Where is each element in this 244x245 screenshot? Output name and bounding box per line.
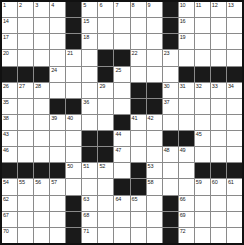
cell-r15c3[interactable] (34, 228, 49, 243)
clue-number: 18 (83, 34, 89, 41)
cell-r12c12[interactable] (179, 179, 194, 194)
cell-r6c7[interactable]: 29 (98, 83, 113, 98)
cell-r11c10[interactable]: 53 (147, 163, 162, 178)
block-r15c11 (163, 228, 178, 243)
clue-number: 70 (3, 228, 9, 235)
clue-number: 42 (148, 115, 154, 122)
cell-r12c3[interactable]: 56 (34, 179, 49, 194)
clue-number: 46 (3, 147, 9, 154)
cell-r14c14[interactable] (211, 212, 226, 227)
clue-number: 16 (180, 18, 186, 25)
block-r5c13 (195, 67, 210, 82)
cell-r7c2[interactable] (18, 99, 33, 114)
cell-r10c14[interactable] (211, 147, 226, 162)
clue-number: 7 (115, 2, 118, 9)
block-r5c7 (98, 67, 113, 82)
clue-number: 34 (228, 83, 234, 90)
clue-number: 57 (51, 179, 57, 186)
clue-number: 25 (115, 67, 121, 74)
cell-r2c6[interactable]: 15 (82, 18, 97, 33)
cell-r3c3[interactable] (34, 34, 49, 49)
cell-r3c4[interactable] (50, 34, 65, 49)
cell-r8c10[interactable]: 42 (147, 115, 162, 130)
cell-r3c14[interactable] (211, 34, 226, 49)
cell-r4c12[interactable] (179, 50, 194, 65)
block-r4c7 (98, 50, 113, 65)
clue-number: 29 (99, 83, 105, 90)
clue-number: 49 (180, 147, 186, 154)
block-r6c10 (147, 83, 162, 98)
clue-number: 54 (3, 179, 9, 186)
cell-r1c1[interactable]: 1 (2, 2, 17, 17)
clue-number: 41 (132, 115, 138, 122)
clue-number: 26 (3, 83, 9, 90)
cell-r7c7[interactable] (98, 99, 113, 114)
cell-r2c3[interactable] (34, 18, 49, 33)
clue-number: 51 (83, 163, 89, 170)
cell-r6c13[interactable]: 32 (195, 83, 210, 98)
cell-r1c14[interactable]: 12 (211, 2, 226, 17)
cell-r7c13[interactable] (195, 99, 210, 114)
cell-r6c6[interactable] (82, 83, 97, 98)
cell-r10c1[interactable]: 46 (2, 147, 17, 162)
cell-r7c3[interactable] (34, 99, 49, 114)
cell-r2c10[interactable] (147, 18, 162, 33)
cell-r5c10[interactable] (147, 67, 162, 82)
clue-number: 40 (67, 115, 73, 122)
clue-number: 63 (83, 196, 89, 203)
cell-r6c12[interactable]: 31 (179, 83, 194, 98)
clue-number: 3 (35, 2, 38, 9)
cell-r6c3[interactable]: 28 (34, 83, 49, 98)
cell-r9c13[interactable]: 45 (195, 131, 210, 146)
block-r11c14 (211, 163, 226, 178)
block-r10c7 (98, 147, 113, 162)
cell-r3c6[interactable]: 18 (82, 34, 97, 49)
cell-r8c7[interactable] (98, 115, 113, 130)
cell-r14c12[interactable]: 69 (179, 212, 194, 227)
cell-r15c7[interactable] (98, 228, 113, 243)
clue-number: 22 (132, 50, 138, 57)
clue-number: 43 (3, 131, 9, 138)
clue-number: 6 (99, 2, 102, 9)
cell-r13c2[interactable] (18, 196, 33, 211)
block-r9c11 (163, 131, 178, 146)
cell-r6c5[interactable] (66, 83, 81, 98)
cell-r12c14[interactable]: 60 (211, 179, 226, 194)
cell-r4c11[interactable]: 23 (163, 50, 178, 65)
clue-number: 58 (148, 179, 154, 186)
cell-r11c11[interactable] (163, 163, 178, 178)
cell-r1c6[interactable]: 5 (82, 2, 97, 17)
cell-r8c5[interactable]: 40 (66, 115, 81, 130)
clue-number: 55 (19, 179, 25, 186)
cell-r4c3[interactable] (34, 50, 49, 65)
clue-number: 62 (3, 196, 9, 203)
cell-r4c5[interactable]: 21 (66, 50, 81, 65)
cell-r1c9[interactable]: 8 (131, 2, 146, 17)
cell-r3c13[interactable] (195, 34, 210, 49)
cell-r3c10[interactable] (147, 34, 162, 49)
cell-r5c11[interactable] (163, 67, 178, 82)
block-r11c15 (227, 163, 242, 178)
cell-r15c2[interactable] (18, 228, 33, 243)
cell-r7c1[interactable]: 35 (2, 99, 17, 114)
cell-r14c10[interactable] (147, 212, 162, 227)
cell-r9c2[interactable] (18, 131, 33, 146)
cell-r8c15[interactable] (227, 115, 242, 130)
cell-r15c1[interactable]: 70 (2, 228, 17, 243)
block-r9c12 (179, 131, 194, 146)
clue-number: 9 (148, 2, 151, 9)
clue-number: 38 (3, 115, 9, 122)
cell-r6c11[interactable]: 30 (163, 83, 178, 98)
cell-r14c7[interactable] (98, 212, 113, 227)
block-r7c10 (147, 99, 162, 114)
cell-r3c15[interactable] (227, 34, 242, 49)
clue-number: 32 (196, 83, 202, 90)
cell-r6c4[interactable] (50, 83, 65, 98)
block-r5c12 (179, 67, 194, 82)
cell-r12c5[interactable] (66, 179, 81, 194)
block-r7c9 (131, 99, 146, 114)
block-r10c6 (82, 147, 97, 162)
cell-r13c15[interactable] (227, 196, 242, 211)
block-r12c9 (131, 179, 146, 194)
cell-r14c4[interactable] (50, 212, 65, 227)
block-r1c11 (163, 2, 178, 17)
clue-number: 59 (196, 179, 202, 186)
block-r7c4 (50, 99, 65, 114)
cell-r10c15[interactable] (227, 147, 242, 162)
block-r1c5 (66, 2, 81, 17)
cell-r12c10[interactable]: 58 (147, 179, 162, 194)
cell-r8c11[interactable] (163, 115, 178, 130)
clue-number: 47 (115, 147, 121, 154)
cell-r1c15[interactable]: 13 (227, 2, 242, 17)
block-r5c15 (227, 67, 242, 82)
cell-r8c13[interactable] (195, 115, 210, 130)
clue-number: 67 (3, 212, 9, 219)
block-r6c9 (131, 83, 146, 98)
cell-r8c14[interactable] (211, 115, 226, 130)
block-r13c5 (66, 196, 81, 211)
cell-r13c7[interactable] (98, 196, 113, 211)
clue-number: 71 (83, 228, 89, 235)
block-r5c1 (2, 67, 17, 82)
block-r11c9 (131, 163, 146, 178)
clue-number: 15 (83, 18, 89, 25)
block-r4c8 (114, 50, 129, 65)
cell-r5c4[interactable]: 24 (50, 67, 65, 82)
clue-number: 1 (3, 2, 6, 9)
cell-r10c2[interactable] (18, 147, 33, 162)
clue-number: 65 (132, 196, 138, 203)
cell-r8c12[interactable] (179, 115, 194, 130)
cell-r13c14[interactable] (211, 196, 226, 211)
cell-r11c7[interactable]: 52 (98, 163, 113, 178)
block-r14c5 (66, 212, 81, 227)
clue-number: 36 (83, 99, 89, 106)
block-r11c1 (2, 163, 17, 178)
cell-r4c13[interactable] (195, 50, 210, 65)
cell-r6c15[interactable]: 34 (227, 83, 242, 98)
cell-r14c8[interactable] (114, 212, 129, 227)
cell-r5c8[interactable]: 25 (114, 67, 129, 82)
clue-number: 56 (35, 179, 41, 186)
clue-number: 12 (212, 2, 218, 9)
cell-r3c2[interactable] (18, 34, 33, 49)
cell-r13c4[interactable] (50, 196, 65, 211)
clue-number: 72 (180, 228, 186, 235)
cell-r3c1[interactable]: 17 (2, 34, 17, 49)
block-r3c11 (163, 34, 178, 49)
cell-r13c1[interactable]: 62 (2, 196, 17, 211)
cell-r6c8[interactable] (114, 83, 129, 98)
clue-number: 8 (132, 2, 135, 9)
cell-r2c14[interactable] (211, 18, 226, 33)
cell-r14c15[interactable] (227, 212, 242, 227)
clue-number: 10 (180, 2, 186, 9)
cell-r5c5[interactable] (66, 67, 81, 82)
block-r2c11 (163, 18, 178, 33)
cell-r8c9[interactable]: 41 (131, 115, 146, 130)
cell-r12c15[interactable]: 61 (227, 179, 242, 194)
cell-r11c12[interactable] (179, 163, 194, 178)
cell-r3c8[interactable] (114, 34, 129, 49)
cell-r2c4[interactable] (50, 18, 65, 33)
clue-number: 50 (67, 163, 73, 170)
cell-r15c8[interactable] (114, 228, 129, 243)
block-r5c2 (18, 67, 33, 82)
clue-number: 28 (35, 83, 41, 90)
cell-r9c5[interactable] (66, 131, 81, 146)
cell-r15c10[interactable] (147, 228, 162, 243)
block-r14c11 (163, 212, 178, 227)
cell-r8c2[interactable] (18, 115, 33, 130)
cell-r10c10[interactable] (147, 147, 162, 162)
block-r2c5 (66, 18, 81, 33)
block-r11c13 (195, 163, 210, 178)
cell-r3c12[interactable]: 19 (179, 34, 194, 49)
cell-r15c15[interactable] (227, 228, 242, 243)
cell-r11c5[interactable]: 50 (66, 163, 81, 178)
clue-number: 68 (83, 212, 89, 219)
cell-r12c13[interactable]: 59 (195, 179, 210, 194)
cell-r1c3[interactable]: 3 (34, 2, 49, 17)
cell-r14c2[interactable] (18, 212, 33, 227)
clue-number: 35 (3, 99, 9, 106)
cell-r2c12[interactable]: 16 (179, 18, 194, 33)
cell-r9c15[interactable] (227, 131, 242, 146)
cell-r1c4[interactable]: 4 (50, 2, 65, 17)
cell-r6c2[interactable]: 27 (18, 83, 33, 98)
clue-number: 4 (51, 2, 54, 9)
cell-r6c1[interactable]: 26 (2, 83, 17, 98)
cell-r9c8[interactable]: 44 (114, 131, 129, 146)
cell-r13c13[interactable] (195, 196, 210, 211)
clue-number: 13 (228, 2, 234, 9)
cell-r1c10[interactable]: 9 (147, 2, 162, 17)
block-r7c5 (66, 99, 81, 114)
cell-r9c10[interactable] (147, 131, 162, 146)
cell-r12c1[interactable]: 54 (2, 179, 17, 194)
cell-r7c15[interactable] (227, 99, 242, 114)
cell-r7c12[interactable] (179, 99, 194, 114)
cell-r10c11[interactable]: 48 (163, 147, 178, 162)
block-r12c8 (114, 179, 129, 194)
cell-r2c13[interactable] (195, 18, 210, 33)
cell-r12c2[interactable]: 55 (18, 179, 33, 194)
clue-number: 17 (3, 34, 9, 41)
cell-r3c7[interactable] (98, 34, 113, 49)
cell-r2c1[interactable]: 14 (2, 18, 17, 33)
clue-number: 19 (180, 34, 186, 41)
block-r15c5 (66, 228, 81, 243)
cell-r8c3[interactable] (34, 115, 49, 130)
cell-r1c8[interactable]: 7 (114, 2, 129, 17)
cell-r14c6[interactable]: 68 (82, 212, 97, 227)
cell-r15c14[interactable] (211, 228, 226, 243)
clue-number: 14 (3, 18, 9, 25)
clue-number: 60 (212, 179, 218, 186)
clue-number: 52 (99, 163, 105, 170)
cell-r13c12[interactable]: 66 (179, 196, 194, 211)
clue-number: 33 (212, 83, 218, 90)
block-r11c3 (34, 163, 49, 178)
cell-r9c9[interactable] (131, 131, 146, 146)
clue-number: 64 (115, 196, 121, 203)
cell-r7c11[interactable]: 37 (163, 99, 178, 114)
cell-r7c6[interactable]: 36 (82, 99, 97, 114)
cell-r11c8[interactable] (114, 163, 129, 178)
clue-number: 39 (51, 115, 57, 122)
cell-r2c15[interactable] (227, 18, 242, 33)
cell-r9c14[interactable] (211, 131, 226, 146)
cell-r4c1[interactable]: 20 (2, 50, 17, 65)
clue-number: 66 (180, 196, 186, 203)
cell-r9c1[interactable]: 43 (2, 131, 17, 146)
block-r5c14 (211, 67, 226, 82)
cell-r6c14[interactable]: 33 (211, 83, 226, 98)
cell-r1c13[interactable]: 11 (195, 2, 210, 17)
cell-r15c9[interactable] (131, 228, 146, 243)
clue-number: 30 (164, 83, 170, 90)
cell-r14c13[interactable] (195, 212, 210, 227)
cell-r14c3[interactable] (34, 212, 49, 227)
cell-r4c4[interactable] (50, 50, 65, 65)
cell-r10c3[interactable] (34, 147, 49, 162)
clue-number: 2 (19, 2, 22, 9)
cell-r9c3[interactable] (34, 131, 49, 146)
cell-r5c9[interactable] (131, 67, 146, 82)
clue-number: 20 (3, 50, 9, 57)
clue-number: 61 (228, 179, 234, 186)
clue-number: 11 (196, 2, 201, 9)
cell-r12c11[interactable] (163, 179, 178, 194)
cell-r13c8[interactable]: 64 (114, 196, 129, 211)
block-r13c11 (163, 196, 178, 211)
cell-r4c2[interactable] (18, 50, 33, 65)
cell-r2c7[interactable] (98, 18, 113, 33)
clue-number: 23 (164, 50, 170, 57)
cell-r12c7[interactable] (98, 179, 113, 194)
cell-r10c5[interactable] (66, 147, 81, 162)
clue-number: 27 (19, 83, 25, 90)
cell-r13c6[interactable]: 63 (82, 196, 97, 211)
block-r3c5 (66, 34, 81, 49)
clue-number: 31 (180, 83, 186, 90)
cell-r8c4[interactable]: 39 (50, 115, 65, 130)
cell-r12c4[interactable]: 57 (50, 179, 65, 194)
block-r8c8 (114, 115, 129, 130)
crossword-board: 1234567891011121314151617181920212223242… (0, 0, 244, 245)
cell-r10c13[interactable] (195, 147, 210, 162)
cell-r2c9[interactable] (131, 18, 146, 33)
cell-r7c14[interactable] (211, 99, 226, 114)
cell-r11c6[interactable]: 51 (82, 163, 97, 178)
clue-number: 45 (196, 131, 202, 138)
cell-r13c3[interactable] (34, 196, 49, 211)
cell-r2c8[interactable] (114, 18, 129, 33)
cell-r8c6[interactable] (82, 115, 97, 130)
cell-r10c12[interactable]: 49 (179, 147, 194, 162)
cell-r4c10[interactable] (147, 50, 162, 65)
block-r9c6 (82, 131, 97, 146)
cell-r4c14[interactable] (211, 50, 226, 65)
cell-r4c15[interactable] (227, 50, 242, 65)
block-r11c2 (18, 163, 33, 178)
clue-number: 44 (115, 131, 121, 138)
cell-r2c2[interactable] (18, 18, 33, 33)
clue-number: 24 (51, 67, 57, 74)
cell-r3c9[interactable] (131, 34, 146, 49)
block-r11c4 (50, 163, 65, 178)
cell-r14c9[interactable] (131, 212, 146, 227)
clue-number: 5 (83, 2, 86, 9)
cell-r9c4[interactable] (50, 131, 65, 146)
cell-r13c9[interactable]: 65 (131, 196, 146, 211)
cell-r4c9[interactable]: 22 (131, 50, 146, 65)
clue-number: 37 (164, 99, 170, 106)
cell-r12c6[interactable] (82, 179, 97, 194)
cell-r15c6[interactable]: 71 (82, 228, 97, 243)
clue-number: 48 (164, 147, 170, 154)
clue-number: 53 (148, 163, 154, 170)
cell-r7c8[interactable] (114, 99, 129, 114)
cell-r10c4[interactable] (50, 147, 65, 162)
cell-r4c6[interactable] (82, 50, 97, 65)
cell-r10c9[interactable] (131, 147, 146, 162)
cell-r14c1[interactable]: 67 (2, 212, 17, 227)
cell-r13c10[interactable] (147, 196, 162, 211)
block-r9c7 (98, 131, 113, 146)
cell-r1c2[interactable]: 2 (18, 2, 33, 17)
clue-number: 69 (180, 212, 186, 219)
clue-number: 21 (67, 50, 73, 57)
cell-r1c12[interactable]: 10 (179, 2, 194, 17)
cell-r8c1[interactable]: 38 (2, 115, 17, 130)
cell-r15c12[interactable]: 72 (179, 228, 194, 243)
cell-r15c13[interactable] (195, 228, 210, 243)
cell-r5c6[interactable] (82, 67, 97, 82)
cell-r10c8[interactable]: 47 (114, 147, 129, 162)
cell-r15c4[interactable] (50, 228, 65, 243)
block-r5c3 (34, 67, 49, 82)
cell-r1c7[interactable]: 6 (98, 2, 113, 17)
